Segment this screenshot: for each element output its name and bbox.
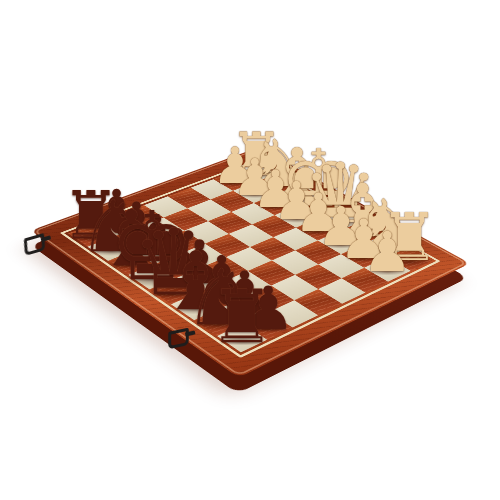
pieces-layer: ♜♞♝♚♛♝♞♜♟♟♟♟♟♟♟♟♟♟♟♟♟♟♟♟♜♞♝♚♛♝♞♜ [0,0,500,500]
piece-bR[interactable]: ♜ [209,279,275,352]
piece-wP[interactable]: ♟ [363,225,413,280]
product-photo-stage: ♜♞♝♚♛♝♞♜♟♟♟♟♟♟♟♟♟♟♟♟♟♟♟♟♜♞♝♚♛♝♞♜ [0,0,500,500]
